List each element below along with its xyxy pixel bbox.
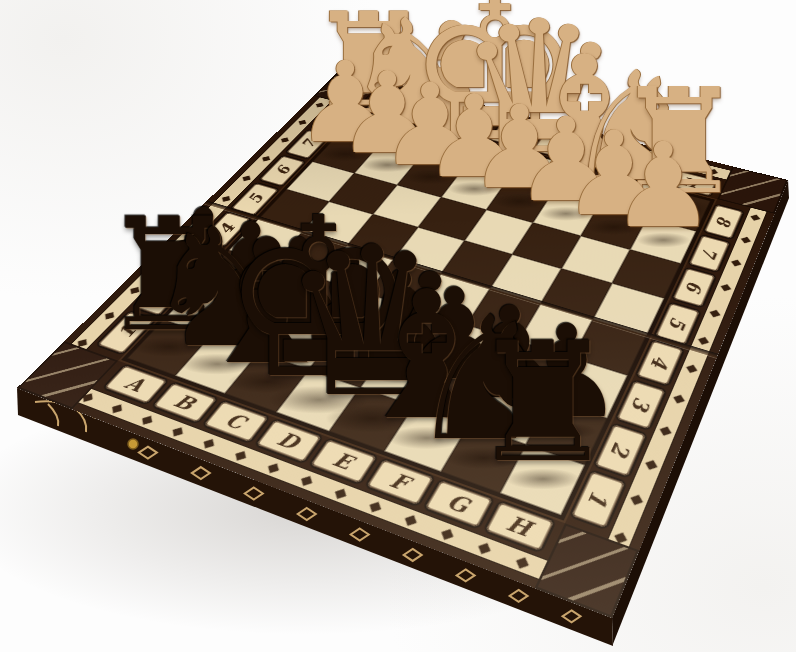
product-photo-stage: ◆ ◆ ◆ ◆ ◆ ◆ ◆ ◆ ◆ ◆ ◆ ◆ ◆ ◆ ◆ ◆ ◆ ◆ ◆ ◆ … (0, 0, 796, 652)
brass-hinge-dot (128, 439, 138, 449)
